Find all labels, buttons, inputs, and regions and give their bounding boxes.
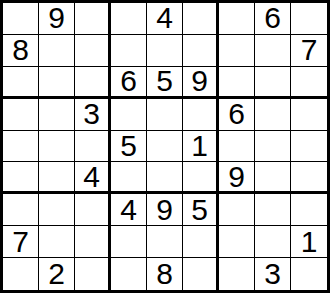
cell-r1c7[interactable]	[219, 3, 255, 35]
cell-r1c2[interactable]: 9	[39, 3, 75, 35]
cell-r5c9[interactable]	[291, 131, 327, 163]
cell-r9c2[interactable]: 2	[39, 258, 75, 290]
cell-r4c1[interactable]	[3, 99, 39, 131]
cell-r5c5[interactable]	[147, 131, 183, 163]
cell-r3c6[interactable]: 9	[183, 67, 219, 99]
cell-r2c7[interactable]	[219, 35, 255, 67]
cell-r7c6[interactable]: 5	[183, 194, 219, 226]
cell-r5c7[interactable]	[219, 131, 255, 163]
cell-r3c3[interactable]	[75, 67, 111, 99]
cell-r7c9[interactable]	[291, 194, 327, 226]
cell-r4c7[interactable]: 6	[219, 99, 255, 131]
cell-r7c3[interactable]	[75, 194, 111, 226]
cell-r5c6[interactable]: 1	[183, 131, 219, 163]
cell-r8c5[interactable]	[147, 226, 183, 258]
cell-r1c1[interactable]	[3, 3, 39, 35]
cell-r4c4[interactable]	[111, 99, 147, 131]
cell-r4c9[interactable]	[291, 99, 327, 131]
cell-r5c1[interactable]	[3, 131, 39, 163]
cell-r9c5[interactable]: 8	[147, 258, 183, 290]
cell-r2c6[interactable]	[183, 35, 219, 67]
cell-r2c5[interactable]	[147, 35, 183, 67]
cell-r2c2[interactable]	[39, 35, 75, 67]
cell-r9c9[interactable]	[291, 258, 327, 290]
cell-r3c9[interactable]	[291, 67, 327, 99]
cell-r5c3[interactable]	[75, 131, 111, 163]
cell-r4c2[interactable]	[39, 99, 75, 131]
cell-r8c7[interactable]	[219, 226, 255, 258]
cell-r5c4[interactable]: 5	[111, 131, 147, 163]
cell-r9c3[interactable]	[75, 258, 111, 290]
cell-r6c2[interactable]	[39, 162, 75, 194]
cell-r8c4[interactable]	[111, 226, 147, 258]
cell-r6c1[interactable]	[3, 162, 39, 194]
cell-r7c4[interactable]: 4	[111, 194, 147, 226]
cell-r7c8[interactable]	[255, 194, 291, 226]
cell-r5c8[interactable]	[255, 131, 291, 163]
cell-r6c4[interactable]	[111, 162, 147, 194]
cell-r3c8[interactable]	[255, 67, 291, 99]
cell-r6c9[interactable]	[291, 162, 327, 194]
cell-r2c1[interactable]: 8	[3, 35, 39, 67]
cell-r6c5[interactable]	[147, 162, 183, 194]
cell-r2c8[interactable]	[255, 35, 291, 67]
sudoku-board: 9468765936514949571283	[0, 0, 330, 293]
cell-r5c2[interactable]	[39, 131, 75, 163]
cell-r6c7[interactable]: 9	[219, 162, 255, 194]
cell-r7c2[interactable]	[39, 194, 75, 226]
cell-r9c4[interactable]	[111, 258, 147, 290]
cell-r1c6[interactable]	[183, 3, 219, 35]
cell-r4c5[interactable]	[147, 99, 183, 131]
cell-r1c3[interactable]	[75, 3, 111, 35]
cell-r2c9[interactable]: 7	[291, 35, 327, 67]
cell-r6c6[interactable]	[183, 162, 219, 194]
cell-r1c5[interactable]: 4	[147, 3, 183, 35]
cell-r4c3[interactable]: 3	[75, 99, 111, 131]
cell-r8c2[interactable]	[39, 226, 75, 258]
cell-r3c1[interactable]	[3, 67, 39, 99]
cell-r6c8[interactable]	[255, 162, 291, 194]
cell-r3c5[interactable]: 5	[147, 67, 183, 99]
cell-r2c3[interactable]	[75, 35, 111, 67]
cell-r9c1[interactable]	[3, 258, 39, 290]
cell-r3c4[interactable]: 6	[111, 67, 147, 99]
cell-r8c6[interactable]	[183, 226, 219, 258]
cell-r9c6[interactable]	[183, 258, 219, 290]
cell-r1c9[interactable]	[291, 3, 327, 35]
cell-r1c4[interactable]	[111, 3, 147, 35]
cell-r9c7[interactable]	[219, 258, 255, 290]
cell-r1c8[interactable]: 6	[255, 3, 291, 35]
cell-r8c9[interactable]: 1	[291, 226, 327, 258]
cell-r7c5[interactable]: 9	[147, 194, 183, 226]
cell-r7c1[interactable]	[3, 194, 39, 226]
cell-r4c8[interactable]	[255, 99, 291, 131]
cell-r3c7[interactable]	[219, 67, 255, 99]
cell-r8c8[interactable]	[255, 226, 291, 258]
cell-r7c7[interactable]	[219, 194, 255, 226]
cell-r2c4[interactable]	[111, 35, 147, 67]
cell-r8c1[interactable]: 7	[3, 226, 39, 258]
cell-r9c8[interactable]: 3	[255, 258, 291, 290]
cell-r3c2[interactable]	[39, 67, 75, 99]
cell-r4c6[interactable]	[183, 99, 219, 131]
cell-r6c3[interactable]: 4	[75, 162, 111, 194]
cell-r8c3[interactable]	[75, 226, 111, 258]
